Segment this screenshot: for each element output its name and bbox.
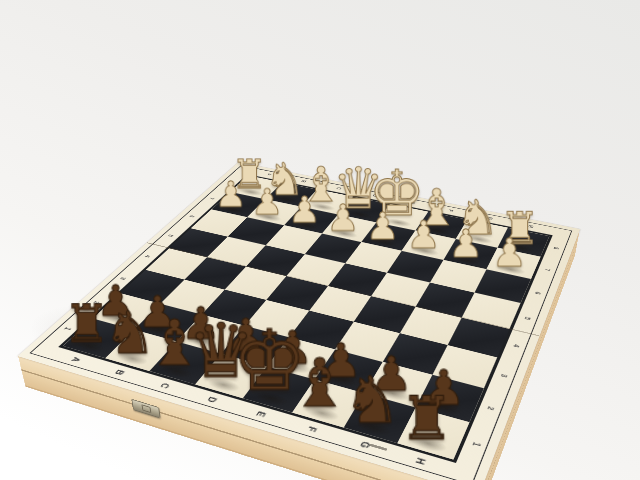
piece-white-pawn-h7: ♟ bbox=[492, 233, 527, 272]
chess-set: ♜♞♝♛♚♝♞♜♟♟♟♟♟♟♟♟♟♟♟♟♟♟♟♟♜♞♝♛♚♝♞♜ AABBCCD… bbox=[18, 162, 580, 480]
piece-white-pawn-e7: ♟ bbox=[366, 207, 399, 244]
piece-white-pawn-b7: ♟ bbox=[251, 184, 283, 220]
piece-black-rook-h1: ♜ bbox=[400, 388, 453, 448]
piece-white-pawn-d7: ♟ bbox=[327, 199, 360, 236]
piece-white-pawn-f7: ♟ bbox=[407, 216, 441, 254]
piece-white-pawn-a7: ♟ bbox=[215, 177, 246, 212]
chess-board: ♜♞♝♛♚♝♞♜♟♟♟♟♟♟♟♟♟♟♟♟♟♟♟♟♜♞♝♛♚♝♞♜ AABBCCD… bbox=[18, 162, 580, 480]
piece-black-knight-g1: ♞ bbox=[343, 368, 401, 433]
piece-white-pawn-g7: ♟ bbox=[449, 224, 483, 262]
piece-black-bishop-f1: ♝ bbox=[290, 350, 350, 417]
piece-white-pawn-c7: ♟ bbox=[288, 192, 320, 228]
photo-background: ♜♞♝♛♚♝♞♜♟♟♟♟♟♟♟♟♟♟♟♟♟♟♟♟♜♞♝♛♚♝♞♜ AABBCCD… bbox=[0, 0, 640, 480]
clasp-latch-icon bbox=[131, 399, 161, 419]
